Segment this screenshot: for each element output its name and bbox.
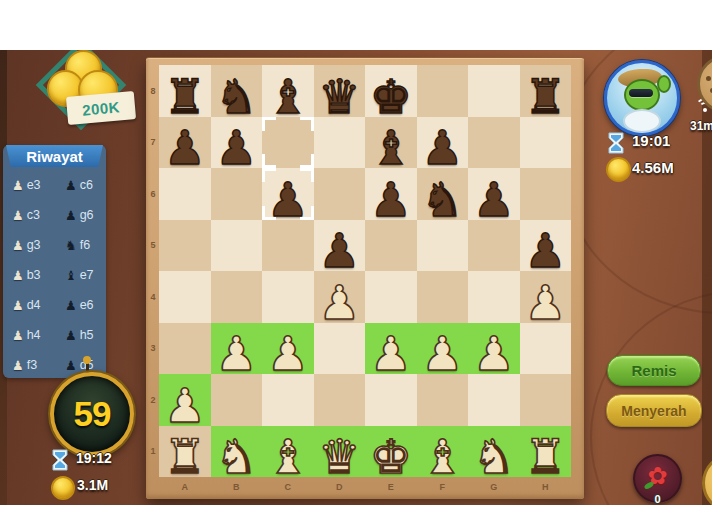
square-d6[interactable] <box>314 168 366 220</box>
square-d8[interactable]: ♛ <box>314 65 366 117</box>
square-h6[interactable] <box>520 168 572 220</box>
history-rows: ♟e3♟c6♟c3♟g6♟g3♞f6♟b3♝e7♟d4♟e6♟h4♟h5♟f3♟… <box>3 167 106 380</box>
file-label-h: H <box>520 478 572 495</box>
move-text: f3 <box>27 358 37 372</box>
history-row-5: ♟d4♟e6 <box>3 290 106 320</box>
square-g6[interactable]: ♟ <box>468 168 520 220</box>
piece-white-pawn-d4: ♟ <box>318 279 360 326</box>
piece-white-pawn-f3: ♟ <box>421 330 463 377</box>
black-pawn-icon: ♟ <box>65 329 77 342</box>
piece-white-rook-a1: ♜ <box>164 433 206 480</box>
black-knight-icon: ♞ <box>65 239 77 252</box>
file-label-e: E <box>365 478 417 495</box>
piece-white-knight-b1: ♞ <box>215 433 257 480</box>
piece-black-pawn-f7: ♟ <box>421 124 463 171</box>
piece-white-rook-h1: ♜ <box>524 433 566 480</box>
square-g8[interactable] <box>468 65 520 117</box>
square-b7[interactable]: ♟ <box>211 117 263 169</box>
piece-black-rook-a8: ♜ <box>164 73 206 120</box>
history-row-6: ♟h4♟h5 <box>3 320 106 350</box>
square-c4[interactable] <box>262 271 314 323</box>
player-move-timer: 59 <box>50 372 134 456</box>
last-move-bracket <box>300 154 314 168</box>
screenshot: 200K Riwayat ♟e3♟c6♟c3♟g6♟g3♞f6♟b3♝e7♟d4… <box>0 0 720 530</box>
rank-label-1: 1 <box>147 426 159 478</box>
piece-white-king-e1: ♚ <box>370 433 412 480</box>
avatar-arm <box>657 75 671 93</box>
square-c2[interactable] <box>262 374 314 426</box>
piece-white-pawn-b3: ♟ <box>215 330 257 377</box>
square-f7[interactable]: ♟ <box>417 117 469 169</box>
piece-white-pawn-c3: ♟ <box>267 330 309 377</box>
square-c5[interactable] <box>262 220 314 272</box>
square-g7[interactable] <box>468 117 520 169</box>
square-h1[interactable]: ♜ <box>520 426 572 478</box>
square-d1[interactable]: ♛ <box>314 426 366 478</box>
file-labels: ABCDEFGH <box>159 478 571 495</box>
square-g1[interactable]: ♞ <box>468 426 520 478</box>
coin-icon <box>51 476 75 500</box>
rank-label-2: 2 <box>147 374 159 426</box>
hourglass-icon <box>52 449 68 471</box>
white-pawn-icon: ♟ <box>12 239 24 252</box>
square-h2[interactable] <box>520 374 572 426</box>
square-f6[interactable]: ♞ <box>417 168 469 220</box>
square-b2[interactable] <box>211 374 263 426</box>
square-e1[interactable]: ♚ <box>365 426 417 478</box>
white-pawn-icon: ♟ <box>12 359 24 372</box>
last-move-bracket <box>262 154 276 168</box>
white-pawn-icon: ♟ <box>12 269 24 282</box>
move-text: e7 <box>80 268 94 282</box>
player-clock: 19:12 <box>76 450 112 466</box>
piece-black-queen-d8: ♛ <box>318 73 360 120</box>
square-c1[interactable]: ♝ <box>262 426 314 478</box>
move-text: c6 <box>80 178 93 192</box>
square-c3[interactable]: ♟ <box>262 323 314 375</box>
piece-white-bishop-c1: ♝ <box>267 433 309 480</box>
square-h7[interactable] <box>520 117 572 169</box>
resign-button[interactable]: Menyerah <box>606 394 702 427</box>
move-text: b3 <box>27 268 41 282</box>
square-e7[interactable]: ♝ <box>365 117 417 169</box>
timer-seconds: 59 <box>74 394 111 434</box>
move-history-panel: Riwayat ♟e3♟c6♟c3♟g6♟g3♞f6♟b3♝e7♟d4♟e6♟h… <box>3 145 106 378</box>
piece-white-pawn-a2: ♟ <box>164 382 206 429</box>
square-h3[interactable] <box>520 323 572 375</box>
piece-white-bishop-f1: ♝ <box>421 433 463 480</box>
move-text: c3 <box>27 208 40 222</box>
move-text: e6 <box>80 298 94 312</box>
last-move-bracket <box>262 117 276 131</box>
draw-button[interactable]: Remis <box>607 355 701 386</box>
square-e8[interactable]: ♚ <box>365 65 417 117</box>
last-move-bracket <box>262 206 276 220</box>
piece-white-queen-d1: ♛ <box>318 433 360 480</box>
rank-labels: 87654321 <box>147 65 159 477</box>
square-a2[interactable]: ♟ <box>159 374 211 426</box>
hourglass-icon <box>608 132 624 154</box>
file-label-f: F <box>417 478 469 495</box>
rank-label-8: 8 <box>147 65 159 117</box>
piece-black-bishop-c8: ♝ <box>267 73 309 120</box>
square-d2[interactable] <box>314 374 366 426</box>
piece-white-pawn-h4: ♟ <box>524 279 566 326</box>
piece-black-pawn-a7: ♟ <box>164 124 206 171</box>
square-g5[interactable] <box>468 220 520 272</box>
white-move: ♟d4 <box>3 298 60 312</box>
move-text: d4 <box>27 298 41 312</box>
history-row-4: ♟b3♝e7 <box>3 260 106 290</box>
opponent-avatar[interactable] <box>604 60 680 136</box>
piece-black-bishop-e7: ♝ <box>370 124 412 171</box>
piece-black-rook-h8: ♜ <box>524 73 566 120</box>
black-move: ♟e6 <box>60 298 94 312</box>
piece-black-pawn-d5: ♟ <box>318 227 360 274</box>
white-move: ♟f3 <box>3 358 60 372</box>
history-row-1: ♟e3♟c6 <box>3 170 106 200</box>
file-label-a: A <box>159 478 211 495</box>
black-pawn-icon: ♟ <box>65 179 77 192</box>
piece-black-king-e8: ♚ <box>370 73 412 120</box>
rank-label-3: 3 <box>147 323 159 375</box>
rose-count: 0 <box>654 493 660 505</box>
last-move-bracket <box>300 206 314 220</box>
piece-black-pawn-b7: ♟ <box>215 124 257 171</box>
piece-white-pawn-e3: ♟ <box>370 330 412 377</box>
square-e5[interactable] <box>365 220 417 272</box>
black-pawn-icon: ♟ <box>65 299 77 312</box>
black-move: ♝e7 <box>60 268 94 282</box>
square-h5[interactable]: ♟ <box>520 220 572 272</box>
square-e3[interactable]: ♟ <box>365 323 417 375</box>
rank-label-7: 7 <box>147 117 159 169</box>
move-text: g3 <box>27 238 41 252</box>
coin-shop-badge[interactable]: 200K <box>35 50 143 130</box>
last-move-bracket <box>300 117 314 131</box>
square-f2[interactable] <box>417 374 469 426</box>
square-d5[interactable]: ♟ <box>314 220 366 272</box>
white-pawn-icon: ♟ <box>12 209 24 222</box>
rank-label-6: 6 <box>147 168 159 220</box>
square-a7[interactable]: ♟ <box>159 117 211 169</box>
square-b3[interactable]: ♟ <box>211 323 263 375</box>
white-move: ♟g3 <box>3 238 60 252</box>
last-move-bracket <box>262 168 276 182</box>
square-g3[interactable]: ♟ <box>468 323 520 375</box>
square-a8[interactable]: ♜ <box>159 65 211 117</box>
square-g2[interactable] <box>468 374 520 426</box>
square-b8[interactable]: ♞ <box>211 65 263 117</box>
black-move: ♞f6 <box>60 238 90 252</box>
white-move: ♟b3 <box>3 268 60 282</box>
square-a1[interactable]: ♜ <box>159 426 211 478</box>
move-text: g6 <box>80 208 94 222</box>
square-c6[interactable]: ♟ <box>262 168 314 220</box>
square-h8[interactable]: ♜ <box>520 65 572 117</box>
history-row-3: ♟g3♞f6 <box>3 230 106 260</box>
file-label-g: G <box>468 478 520 495</box>
piece-black-knight-f6: ♞ <box>421 176 463 223</box>
file-label-c: C <box>262 478 314 495</box>
square-h4[interactable]: ♟ <box>520 271 572 323</box>
black-move: ♟c6 <box>60 178 93 192</box>
white-move: ♟e3 <box>3 178 60 192</box>
move-text: e3 <box>27 178 41 192</box>
opponent-clock: 19:01 <box>632 132 670 149</box>
black-move: ♟g6 <box>60 208 94 222</box>
square-g4[interactable] <box>468 271 520 323</box>
opponent-coins: 4.56M <box>632 159 674 176</box>
last-move-bracket <box>300 168 314 182</box>
piece-white-pawn-g3: ♟ <box>473 330 515 377</box>
piece-black-pawn-g6: ♟ <box>473 176 515 223</box>
history-title: Riwayat <box>6 145 103 167</box>
coin-amount-tag: 200K <box>66 91 136 125</box>
square-e6[interactable]: ♟ <box>365 168 417 220</box>
square-d7[interactable] <box>314 117 366 169</box>
player-coins: 3.1M <box>77 477 108 493</box>
square-b6[interactable] <box>211 168 263 220</box>
avatar-shirt <box>623 109 661 133</box>
piece-black-pawn-e6: ♟ <box>370 176 412 223</box>
move-text: f6 <box>80 238 90 252</box>
piece-black-knight-b8: ♞ <box>215 73 257 120</box>
move-text: h5 <box>80 328 94 342</box>
square-c8[interactable]: ♝ <box>262 65 314 117</box>
game-screen: 200K Riwayat ♟e3♟c6♟c3♟g6♟g3♞f6♟b3♝e7♟d4… <box>0 50 712 505</box>
square-c7[interactable] <box>262 117 314 169</box>
piece-white-knight-g1: ♞ <box>473 433 515 480</box>
file-label-b: B <box>211 478 263 495</box>
square-e4[interactable] <box>365 271 417 323</box>
square-b4[interactable] <box>211 271 263 323</box>
white-move: ♟c3 <box>3 208 60 222</box>
rose-emote-button[interactable]: ✿ 0 <box>633 454 682 503</box>
coin-icon <box>606 157 631 182</box>
square-f3[interactable]: ♟ <box>417 323 469 375</box>
history-row-2: ♟c3♟g6 <box>3 200 106 230</box>
square-d4[interactable]: ♟ <box>314 271 366 323</box>
square-b5[interactable] <box>211 220 263 272</box>
square-f8[interactable] <box>417 65 469 117</box>
square-f4[interactable] <box>417 271 469 323</box>
piece-black-pawn-h5: ♟ <box>524 227 566 274</box>
rank-label-4: 4 <box>147 271 159 323</box>
square-a4[interactable] <box>159 271 211 323</box>
square-f5[interactable] <box>417 220 469 272</box>
black-bishop-icon: ♝ <box>65 269 77 282</box>
square-d3[interactable] <box>314 323 366 375</box>
move-text: h4 <box>27 328 41 342</box>
square-b1[interactable]: ♞ <box>211 426 263 478</box>
avatar-sunglasses <box>629 89 653 97</box>
white-move: ♟h4 <box>3 328 60 342</box>
black-pawn-icon: ♟ <box>65 209 77 222</box>
square-f1[interactable]: ♝ <box>417 426 469 478</box>
square-a5[interactable] <box>159 220 211 272</box>
square-a6[interactable] <box>159 168 211 220</box>
chess-board: ♜♞♝♛♚♜♟♟♝♟♟♟♞♟♟♟♟♟♟♟♟♟♟♟♜♞♝♛♚♝♞♜ <box>159 65 571 477</box>
file-label-d: D <box>314 478 366 495</box>
black-pawn-icon: ♟ <box>65 359 77 372</box>
connection-status: 31m <box>690 119 712 133</box>
black-move: ♟h5 <box>60 328 94 342</box>
white-pawn-icon: ♟ <box>12 299 24 312</box>
white-pawn-icon: ♟ <box>12 179 24 192</box>
board-frame: 87654321 ♜♞♝♛♚♜♟♟♝♟♟♟♞♟♟♟♟♟♟♟♟♟♟♟♜♞♝♛♚♝♞… <box>146 57 584 499</box>
square-e2[interactable] <box>365 374 417 426</box>
white-pawn-icon: ♟ <box>12 329 24 342</box>
rank-label-5: 5 <box>147 220 159 272</box>
square-a3[interactable] <box>159 323 211 375</box>
